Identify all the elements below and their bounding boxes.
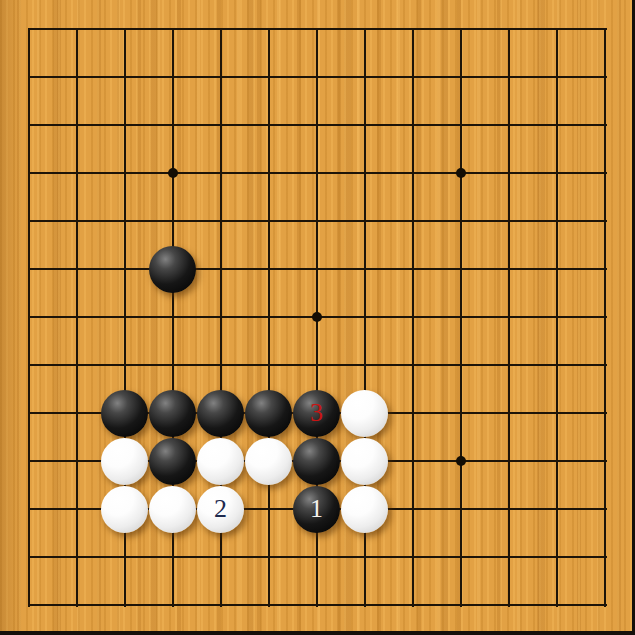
stone-white[interactable] xyxy=(341,438,388,485)
stone-black[interactable]: 1 xyxy=(293,486,340,533)
move-number-label: 3 xyxy=(310,400,323,426)
stone-white[interactable] xyxy=(341,486,388,533)
stone-white[interactable] xyxy=(197,438,244,485)
star-point xyxy=(456,456,466,466)
stone-black[interactable] xyxy=(149,390,196,437)
stone-white[interactable]: 2 xyxy=(197,486,244,533)
stone-black[interactable] xyxy=(197,390,244,437)
stone-black[interactable] xyxy=(245,390,292,437)
stone-white[interactable] xyxy=(101,438,148,485)
star-point xyxy=(168,168,178,178)
star-point xyxy=(456,168,466,178)
stone-white[interactable] xyxy=(341,390,388,437)
stone-black[interactable] xyxy=(293,438,340,485)
stone-black[interactable] xyxy=(149,246,196,293)
stone-black[interactable]: 3 xyxy=(293,390,340,437)
stone-white[interactable] xyxy=(245,438,292,485)
move-number-label: 2 xyxy=(214,496,227,522)
board-edge-bottom xyxy=(0,631,635,635)
stone-black[interactable] xyxy=(149,438,196,485)
stone-white[interactable] xyxy=(101,486,148,533)
stone-white[interactable] xyxy=(149,486,196,533)
move-number-label: 1 xyxy=(310,496,323,522)
stone-black[interactable] xyxy=(101,390,148,437)
go-board-screenshot: 321 xyxy=(0,0,635,635)
go-board[interactable]: 321 xyxy=(0,0,635,635)
star-point xyxy=(312,312,322,322)
